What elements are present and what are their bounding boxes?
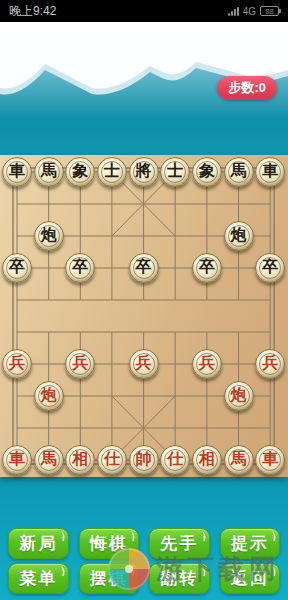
undo-move-button[interactable]: 悔棋 — [79, 528, 140, 559]
piece-black-r2c7[interactable]: 炮 — [224, 221, 254, 251]
menu-button[interactable]: 菜单 — [8, 563, 69, 594]
piece-black-r0c7[interactable]: 馬 — [224, 157, 254, 187]
piece-character: 卒 — [9, 259, 25, 275]
piece-character: 兵 — [262, 355, 278, 371]
button-label: 返回 — [231, 567, 269, 590]
piece-red-r7c7[interactable]: 炮 — [224, 381, 254, 411]
hint-button[interactable]: 提示 — [220, 528, 281, 559]
button-gloss-swoosh — [127, 531, 135, 542]
button-gloss-swoosh — [198, 566, 206, 577]
piece-character: 帥 — [136, 451, 152, 467]
board-grid — [0, 155, 288, 477]
battery-percent: 88 — [266, 8, 274, 15]
piece-red-r7c1[interactable]: 炮 — [34, 381, 64, 411]
piece-red-r6c0[interactable]: 兵 — [2, 349, 32, 379]
back-button[interactable]: 返回 — [220, 563, 281, 594]
piece-character: 象 — [72, 163, 88, 179]
piece-black-r3c0[interactable]: 卒 — [2, 253, 32, 283]
piece-character: 卒 — [262, 259, 278, 275]
piece-character: 相 — [199, 451, 215, 467]
button-label: 新局 — [19, 532, 57, 555]
piece-black-r3c4[interactable]: 卒 — [129, 253, 159, 283]
app-screen: 晚上9:42 4G 88 步数:0 — [0, 0, 288, 600]
move-counter-badge: 步数:0 — [217, 76, 277, 100]
piece-character: 炮 — [41, 227, 57, 243]
button-gloss-swoosh — [57, 566, 65, 577]
button-gloss-swoosh — [268, 566, 276, 577]
button-row1: 新局悔棋先手提示 — [8, 528, 280, 559]
button-gloss-swoosh — [198, 531, 206, 542]
piece-red-r9c8[interactable]: 車 — [255, 445, 285, 475]
piece-black-r0c4[interactable]: 將 — [129, 157, 159, 187]
button-gloss-swoosh — [268, 531, 276, 542]
piece-character: 馬 — [41, 163, 57, 179]
piece-red-r9c0[interactable]: 車 — [2, 445, 32, 475]
piece-character: 兵 — [136, 355, 152, 371]
piece-red-r6c6[interactable]: 兵 — [192, 349, 222, 379]
piece-character: 炮 — [231, 387, 247, 403]
piece-black-r0c6[interactable]: 象 — [192, 157, 222, 187]
button-label: 翻转 — [160, 567, 198, 590]
button-gloss-swoosh — [127, 566, 135, 577]
piece-character: 卒 — [72, 259, 88, 275]
button-label: 提示 — [231, 532, 269, 555]
piece-character: 士 — [167, 163, 183, 179]
status-icons: 4G 88 — [228, 6, 279, 17]
button-label: 先手 — [160, 532, 198, 555]
piece-character: 車 — [262, 163, 278, 179]
button-label: 菜单 — [19, 567, 57, 590]
piece-black-r3c6[interactable]: 卒 — [192, 253, 222, 283]
first-move-button[interactable]: 先手 — [149, 528, 210, 559]
piece-black-r2c1[interactable]: 炮 — [34, 221, 64, 251]
new-game-button[interactable]: 新局 — [8, 528, 69, 559]
piece-character: 卒 — [199, 259, 215, 275]
piece-red-r6c8[interactable]: 兵 — [255, 349, 285, 379]
clock-text: 晚上9:42 — [9, 3, 56, 20]
button-gloss-swoosh — [57, 531, 65, 542]
piece-character: 車 — [9, 163, 25, 179]
piece-character: 車 — [262, 451, 278, 467]
piece-character: 兵 — [9, 355, 25, 371]
piece-red-r9c7[interactable]: 馬 — [224, 445, 254, 475]
board[interactable]: 車馬象士將士象馬車炮炮卒卒卒卒卒兵兵兵兵兵炮炮車馬相仕帥仕相馬車 — [0, 155, 288, 477]
button-row2: 菜单摆棋翻转返回 — [8, 563, 280, 594]
button-label: 摆棋 — [90, 567, 128, 590]
piece-black-r0c3[interactable]: 士 — [97, 157, 127, 187]
piece-black-r0c1[interactable]: 馬 — [34, 157, 64, 187]
piece-character: 士 — [104, 163, 120, 179]
signal-icon — [228, 6, 239, 16]
piece-black-r0c0[interactable]: 車 — [2, 157, 32, 187]
piece-character: 炮 — [231, 227, 247, 243]
piece-character: 兵 — [199, 355, 215, 371]
piece-black-r0c8[interactable]: 車 — [255, 157, 285, 187]
piece-character: 馬 — [41, 451, 57, 467]
piece-character: 相 — [72, 451, 88, 467]
piece-character: 象 — [199, 163, 215, 179]
network-type-label: 4G — [243, 6, 256, 17]
piece-character: 仕 — [167, 451, 183, 467]
piece-character: 兵 — [72, 355, 88, 371]
piece-character: 炮 — [41, 387, 57, 403]
piece-character: 車 — [9, 451, 25, 467]
piece-black-r3c8[interactable]: 卒 — [255, 253, 285, 283]
status-bar: 晚上9:42 4G 88 — [0, 0, 288, 22]
setup-board-button[interactable]: 摆棋 — [79, 563, 140, 594]
piece-character: 馬 — [231, 451, 247, 467]
piece-character: 將 — [136, 163, 152, 179]
flip-board-button[interactable]: 翻转 — [149, 563, 210, 594]
battery-icon: 88 — [260, 6, 279, 16]
piece-red-r9c6[interactable]: 相 — [192, 445, 222, 475]
piece-red-r9c3[interactable]: 仕 — [97, 445, 127, 475]
piece-character: 卒 — [136, 259, 152, 275]
piece-red-r6c4[interactable]: 兵 — [129, 349, 159, 379]
button-label: 悔棋 — [90, 532, 128, 555]
piece-red-r9c1[interactable]: 馬 — [34, 445, 64, 475]
piece-character: 仕 — [104, 451, 120, 467]
piece-red-r9c4[interactable]: 帥 — [129, 445, 159, 475]
piece-character: 馬 — [231, 163, 247, 179]
